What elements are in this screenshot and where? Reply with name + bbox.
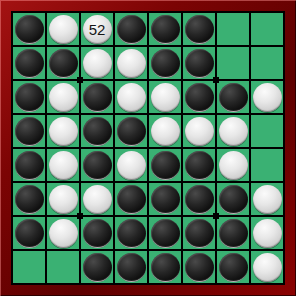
black-disc-e2 — [151, 49, 180, 78]
cell-h3[interactable] — [251, 81, 283, 113]
cell-b2[interactable] — [47, 47, 79, 79]
black-disc-e6 — [151, 185, 180, 214]
black-disc-a4 — [15, 117, 44, 146]
cell-a3[interactable] — [13, 81, 45, 113]
cell-b5[interactable] — [47, 149, 79, 181]
black-disc-f8 — [185, 253, 214, 282]
white-disc-b4 — [49, 117, 78, 146]
cell-f4[interactable] — [183, 115, 215, 147]
cell-d6[interactable] — [115, 183, 147, 215]
cell-c2[interactable] — [81, 47, 113, 79]
cell-f5[interactable] — [183, 149, 215, 181]
white-disc-d3 — [117, 83, 146, 112]
last-move-number: 52 — [89, 22, 106, 37]
cell-a6[interactable] — [13, 183, 45, 215]
cell-e1[interactable] — [149, 13, 181, 45]
cell-g2[interactable] — [217, 47, 249, 79]
black-disc-f7 — [185, 219, 214, 248]
cell-h8[interactable] — [251, 251, 283, 283]
black-disc-d1 — [117, 15, 146, 44]
white-disc-c1: 52 — [83, 15, 112, 44]
cell-d5[interactable] — [115, 149, 147, 181]
cell-g1[interactable] — [217, 13, 249, 45]
star-dot-bottom-right — [213, 213, 219, 219]
white-disc-d2 — [117, 49, 146, 78]
cell-d7[interactable] — [115, 217, 147, 249]
white-disc-h7 — [253, 219, 282, 248]
cell-e4[interactable] — [149, 115, 181, 147]
cell-a5[interactable] — [13, 149, 45, 181]
cell-h7[interactable] — [251, 217, 283, 249]
cell-f1[interactable] — [183, 13, 215, 45]
black-disc-c8 — [83, 253, 112, 282]
black-disc-f5 — [185, 151, 214, 180]
cell-b6[interactable] — [47, 183, 79, 215]
black-disc-a3 — [15, 83, 44, 112]
black-disc-a7 — [15, 219, 44, 248]
star-dot-top-right — [213, 77, 219, 83]
black-disc-a5 — [15, 151, 44, 180]
white-disc-b5 — [49, 151, 78, 180]
black-disc-c5 — [83, 151, 112, 180]
black-disc-a2 — [15, 49, 44, 78]
cell-b4[interactable] — [47, 115, 79, 147]
black-disc-a1 — [15, 15, 44, 44]
cell-c4[interactable] — [81, 115, 113, 147]
cell-a7[interactable] — [13, 217, 45, 249]
cell-f2[interactable] — [183, 47, 215, 79]
white-disc-e3 — [151, 83, 180, 112]
cell-h6[interactable] — [251, 183, 283, 215]
white-disc-b6 — [49, 185, 78, 214]
black-disc-f6 — [185, 185, 214, 214]
cell-g6[interactable] — [217, 183, 249, 215]
cell-b3[interactable] — [47, 81, 79, 113]
cell-f8[interactable] — [183, 251, 215, 283]
black-disc-d4 — [117, 117, 146, 146]
cell-f6[interactable] — [183, 183, 215, 215]
board-frame: 52 — [0, 0, 296, 296]
white-disc-f4 — [185, 117, 214, 146]
black-disc-e8 — [151, 253, 180, 282]
white-disc-b3 — [49, 83, 78, 112]
white-disc-g5 — [219, 151, 248, 180]
cell-h1[interactable] — [251, 13, 283, 45]
cell-c6[interactable] — [81, 183, 113, 215]
cell-f3[interactable] — [183, 81, 215, 113]
cell-g4[interactable] — [217, 115, 249, 147]
black-disc-a6 — [15, 185, 44, 214]
cell-d8[interactable] — [115, 251, 147, 283]
white-disc-c2 — [83, 49, 112, 78]
cell-f7[interactable] — [183, 217, 215, 249]
black-disc-f3 — [185, 83, 214, 112]
cell-e3[interactable] — [149, 81, 181, 113]
cell-a4[interactable] — [13, 115, 45, 147]
white-disc-g4 — [219, 117, 248, 146]
cell-a2[interactable] — [13, 47, 45, 79]
white-disc-b7 — [49, 219, 78, 248]
cell-d1[interactable] — [115, 13, 147, 45]
cell-c7[interactable] — [81, 217, 113, 249]
cell-g7[interactable] — [217, 217, 249, 249]
white-disc-h8 — [253, 253, 282, 282]
black-disc-d6 — [117, 185, 146, 214]
black-disc-g3 — [219, 83, 248, 112]
white-disc-d5 — [117, 151, 146, 180]
cell-a1[interactable] — [13, 13, 45, 45]
white-disc-b1 — [49, 15, 78, 44]
black-disc-e5 — [151, 151, 180, 180]
cell-b7[interactable] — [47, 217, 79, 249]
board-grid: 52 — [11, 11, 285, 285]
black-disc-c7 — [83, 219, 112, 248]
star-dot-top-left — [77, 77, 83, 83]
white-disc-e4 — [151, 117, 180, 146]
cell-b8[interactable] — [47, 251, 79, 283]
cell-c3[interactable] — [81, 81, 113, 113]
cell-c5[interactable] — [81, 149, 113, 181]
cell-d2[interactable] — [115, 47, 147, 79]
black-disc-f2 — [185, 49, 214, 78]
black-disc-g7 — [219, 219, 248, 248]
white-disc-h3 — [253, 83, 282, 112]
cell-d3[interactable] — [115, 81, 147, 113]
white-disc-h6 — [253, 185, 282, 214]
white-disc-c6 — [83, 185, 112, 214]
cell-b1[interactable] — [47, 13, 79, 45]
cell-g8[interactable] — [217, 251, 249, 283]
black-disc-d8 — [117, 253, 146, 282]
cell-e7[interactable] — [149, 217, 181, 249]
cell-c1[interactable]: 52 — [81, 13, 113, 45]
black-disc-c4 — [83, 117, 112, 146]
cell-h2[interactable] — [251, 47, 283, 79]
black-disc-e1 — [151, 15, 180, 44]
black-disc-e7 — [151, 219, 180, 248]
cell-h5[interactable] — [251, 149, 283, 181]
black-disc-c3 — [83, 83, 112, 112]
black-disc-b2 — [49, 49, 78, 78]
cell-g5[interactable] — [217, 149, 249, 181]
black-disc-d7 — [117, 219, 146, 248]
black-disc-f1 — [185, 15, 214, 44]
cell-e6[interactable] — [149, 183, 181, 215]
cell-c8[interactable] — [81, 251, 113, 283]
black-disc-g8 — [219, 253, 248, 282]
cell-h4[interactable] — [251, 115, 283, 147]
black-disc-g6 — [219, 185, 248, 214]
cell-g3[interactable] — [217, 81, 249, 113]
cell-a8[interactable] — [13, 251, 45, 283]
cell-d4[interactable] — [115, 115, 147, 147]
star-dot-bottom-left — [77, 213, 83, 219]
cell-e8[interactable] — [149, 251, 181, 283]
cell-e2[interactable] — [149, 47, 181, 79]
cell-e5[interactable] — [149, 149, 181, 181]
